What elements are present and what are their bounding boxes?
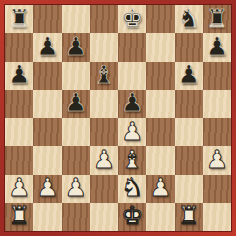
square-c5[interactable]: ♟ <box>62 90 90 118</box>
square-f5[interactable] <box>146 90 174 118</box>
square-a3[interactable] <box>5 146 33 174</box>
square-g6[interactable]: ♟ <box>175 62 203 90</box>
white-pawn[interactable]: ♟ <box>36 175 58 200</box>
black-pawn[interactable]: ♟ <box>121 90 143 115</box>
square-g1[interactable]: ♜ <box>175 203 203 231</box>
square-e8[interactable]: ♚ <box>118 5 146 33</box>
white-king[interactable]: ♚ <box>121 203 143 228</box>
white-pawn[interactable]: ♟ <box>121 119 143 144</box>
square-h6[interactable] <box>203 62 231 90</box>
square-e1[interactable]: ♚ <box>118 203 146 231</box>
square-b1[interactable] <box>33 203 61 231</box>
white-pawn[interactable]: ♟ <box>64 175 86 200</box>
square-a8[interactable]: ♜ <box>5 5 33 33</box>
square-f7[interactable] <box>146 33 174 61</box>
square-c2[interactable]: ♟ <box>62 175 90 203</box>
square-a6[interactable]: ♟ <box>5 62 33 90</box>
square-e7[interactable] <box>118 33 146 61</box>
square-a2[interactable]: ♟ <box>5 175 33 203</box>
black-knight[interactable]: ♞ <box>177 6 199 31</box>
white-rook[interactable]: ♜ <box>8 203 30 228</box>
square-e5[interactable]: ♟ <box>118 90 146 118</box>
square-h4[interactable] <box>203 118 231 146</box>
square-g7[interactable] <box>175 33 203 61</box>
square-a1[interactable]: ♜ <box>5 203 33 231</box>
white-pawn[interactable]: ♟ <box>149 175 171 200</box>
square-d6[interactable]: ♝ <box>90 62 118 90</box>
white-pawn[interactable]: ♟ <box>8 175 30 200</box>
square-d5[interactable] <box>90 90 118 118</box>
square-e3[interactable]: ♝ <box>118 146 146 174</box>
black-pawn[interactable]: ♟ <box>177 62 199 87</box>
square-f6[interactable] <box>146 62 174 90</box>
square-f8[interactable] <box>146 5 174 33</box>
square-f1[interactable] <box>146 203 174 231</box>
black-pawn[interactable]: ♟ <box>64 90 86 115</box>
black-pawn[interactable]: ♟ <box>206 34 228 59</box>
square-a4[interactable] <box>5 118 33 146</box>
square-g3[interactable] <box>175 146 203 174</box>
black-pawn[interactable]: ♟ <box>8 62 30 87</box>
black-bishop[interactable]: ♝ <box>93 62 115 87</box>
chess-board-frame: ♜♚♞♜♟♟♟♟♝♟♟♟♟♟♝♟♟♟♟♞♟♜♚♜ <box>0 0 236 236</box>
black-rook[interactable]: ♜ <box>206 6 228 31</box>
square-e6[interactable] <box>118 62 146 90</box>
square-f4[interactable] <box>146 118 174 146</box>
square-h2[interactable] <box>203 175 231 203</box>
square-h5[interactable] <box>203 90 231 118</box>
square-b4[interactable] <box>33 118 61 146</box>
square-b3[interactable] <box>33 146 61 174</box>
square-g8[interactable]: ♞ <box>175 5 203 33</box>
white-pawn[interactable]: ♟ <box>206 147 228 172</box>
square-h1[interactable] <box>203 203 231 231</box>
black-pawn[interactable]: ♟ <box>64 34 86 59</box>
square-b2[interactable]: ♟ <box>33 175 61 203</box>
square-h3[interactable]: ♟ <box>203 146 231 174</box>
square-g5[interactable] <box>175 90 203 118</box>
square-g4[interactable] <box>175 118 203 146</box>
square-c7[interactable]: ♟ <box>62 33 90 61</box>
black-rook[interactable]: ♜ <box>8 6 30 31</box>
chess-board: ♜♚♞♜♟♟♟♟♝♟♟♟♟♟♝♟♟♟♟♞♟♜♚♜ <box>5 5 231 231</box>
square-d3[interactable]: ♟ <box>90 146 118 174</box>
square-c4[interactable] <box>62 118 90 146</box>
square-b7[interactable]: ♟ <box>33 33 61 61</box>
square-d1[interactable] <box>90 203 118 231</box>
square-h7[interactable]: ♟ <box>203 33 231 61</box>
square-d7[interactable] <box>90 33 118 61</box>
square-e2[interactable]: ♞ <box>118 175 146 203</box>
square-a5[interactable] <box>5 90 33 118</box>
white-pawn[interactable]: ♟ <box>93 147 115 172</box>
square-c1[interactable] <box>62 203 90 231</box>
square-b8[interactable] <box>33 5 61 33</box>
square-f2[interactable]: ♟ <box>146 175 174 203</box>
white-bishop[interactable]: ♝ <box>121 147 143 172</box>
white-knight[interactable]: ♞ <box>121 175 143 200</box>
square-f3[interactable] <box>146 146 174 174</box>
square-e4[interactable]: ♟ <box>118 118 146 146</box>
square-d8[interactable] <box>90 5 118 33</box>
white-rook[interactable]: ♜ <box>177 203 199 228</box>
square-d2[interactable] <box>90 175 118 203</box>
square-c6[interactable] <box>62 62 90 90</box>
square-c3[interactable] <box>62 146 90 174</box>
square-g2[interactable] <box>175 175 203 203</box>
square-b5[interactable] <box>33 90 61 118</box>
black-pawn[interactable]: ♟ <box>36 34 58 59</box>
square-b6[interactable] <box>33 62 61 90</box>
square-h8[interactable]: ♜ <box>203 5 231 33</box>
square-d4[interactable] <box>90 118 118 146</box>
black-king[interactable]: ♚ <box>121 6 143 31</box>
square-c8[interactable] <box>62 5 90 33</box>
square-a7[interactable] <box>5 33 33 61</box>
